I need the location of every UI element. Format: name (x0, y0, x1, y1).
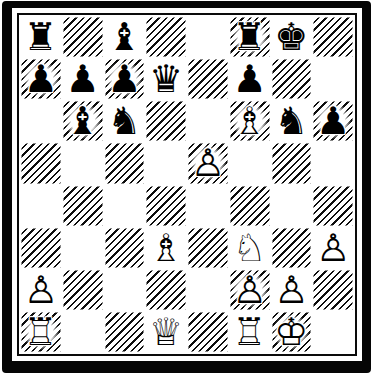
square-b8 (62, 16, 104, 58)
square-d7: ♛ (145, 58, 187, 100)
square-e7 (187, 58, 229, 100)
square-e2 (187, 269, 229, 311)
piece-black-pawn: ♟ (21, 59, 61, 99)
square-h1 (312, 311, 354, 353)
square-e6 (187, 100, 229, 142)
square-c7: ♟ (104, 58, 146, 100)
square-g5 (271, 142, 313, 184)
square-f5 (229, 142, 271, 184)
square-c3 (104, 227, 146, 269)
piece-white-bishop: ♗ (146, 228, 186, 268)
diagram-inner-border: ♜♝♜♚♟♟♟♛♟♝♞♗♞♟♙♗♘♙♙♙♙♖♕♖♔ (17, 13, 357, 356)
square-f6: ♗ (229, 100, 271, 142)
square-f2: ♙ (229, 269, 271, 311)
piece-black-bishop: ♝ (63, 101, 103, 141)
square-c1 (104, 311, 146, 353)
square-e4 (187, 185, 229, 227)
piece-black-rook: ♜ (21, 17, 61, 57)
square-g2: ♙ (271, 269, 313, 311)
square-h5 (312, 142, 354, 184)
square-c6: ♞ (104, 100, 146, 142)
square-d4 (145, 185, 187, 227)
square-c8: ♝ (104, 16, 146, 58)
square-b3 (62, 227, 104, 269)
square-g3 (271, 227, 313, 269)
square-e1 (187, 311, 229, 353)
square-a2: ♙ (20, 269, 62, 311)
square-f4 (229, 185, 271, 227)
square-h3: ♙ (312, 227, 354, 269)
piece-white-pawn: ♙ (313, 228, 353, 268)
square-f3: ♘ (229, 227, 271, 269)
square-a4 (20, 185, 62, 227)
square-h6: ♟ (312, 100, 354, 142)
square-h8 (312, 16, 354, 58)
square-g1: ♔ (271, 311, 313, 353)
square-g6: ♞ (271, 100, 313, 142)
square-g4 (271, 185, 313, 227)
piece-black-pawn: ♟ (63, 59, 103, 99)
chess-diagram-page: ♜♝♜♚♟♟♟♛♟♝♞♗♞♟♙♗♘♙♙♙♙♖♕♖♔ (0, 0, 375, 375)
piece-black-pawn: ♟ (230, 59, 270, 99)
square-h4 (312, 185, 354, 227)
piece-black-pawn: ♟ (313, 101, 353, 141)
piece-white-pawn: ♙ (188, 143, 228, 183)
square-g8: ♚ (271, 16, 313, 58)
square-b2 (62, 269, 104, 311)
square-g7 (271, 58, 313, 100)
square-a5 (20, 142, 62, 184)
chess-board: ♜♝♜♚♟♟♟♛♟♝♞♗♞♟♙♗♘♙♙♙♙♖♕♖♔ (20, 16, 354, 353)
square-a8: ♜ (20, 16, 62, 58)
square-d5 (145, 142, 187, 184)
piece-white-bishop: ♗ (230, 101, 270, 141)
piece-black-bishop: ♝ (104, 17, 144, 57)
piece-black-queen: ♛ (146, 59, 186, 99)
square-e5: ♙ (187, 142, 229, 184)
square-f1: ♖ (229, 311, 271, 353)
piece-white-king: ♔ (271, 312, 311, 352)
piece-white-queen: ♕ (146, 312, 186, 352)
square-h2 (312, 269, 354, 311)
piece-white-pawn: ♙ (271, 270, 311, 310)
piece-white-pawn: ♙ (21, 270, 61, 310)
piece-black-knight: ♞ (271, 101, 311, 141)
square-e8 (187, 16, 229, 58)
square-c5 (104, 142, 146, 184)
piece-white-rook: ♖ (21, 312, 61, 352)
piece-white-pawn: ♙ (230, 270, 270, 310)
piece-white-rook: ♖ (230, 312, 270, 352)
square-a6 (20, 100, 62, 142)
piece-black-pawn: ♟ (104, 59, 144, 99)
square-c4 (104, 185, 146, 227)
square-d6 (145, 100, 187, 142)
square-b4 (62, 185, 104, 227)
square-b6: ♝ (62, 100, 104, 142)
square-c2 (104, 269, 146, 311)
square-f8: ♜ (229, 16, 271, 58)
square-b5 (62, 142, 104, 184)
square-d1: ♕ (145, 311, 187, 353)
square-d8 (145, 16, 187, 58)
piece-black-rook: ♜ (230, 17, 270, 57)
square-a3 (20, 227, 62, 269)
square-f7: ♟ (229, 58, 271, 100)
square-a1: ♖ (20, 311, 62, 353)
piece-black-king: ♚ (271, 17, 311, 57)
square-d2 (145, 269, 187, 311)
square-h7 (312, 58, 354, 100)
piece-white-knight: ♘ (230, 228, 270, 268)
square-d3: ♗ (145, 227, 187, 269)
diagram-outer-frame: ♜♝♜♚♟♟♟♛♟♝♞♗♞♟♙♗♘♙♙♙♙♖♕♖♔ (2, 1, 371, 373)
square-a7: ♟ (20, 58, 62, 100)
square-b7: ♟ (62, 58, 104, 100)
square-b1 (62, 311, 104, 353)
piece-black-knight: ♞ (104, 101, 144, 141)
square-e3 (187, 227, 229, 269)
